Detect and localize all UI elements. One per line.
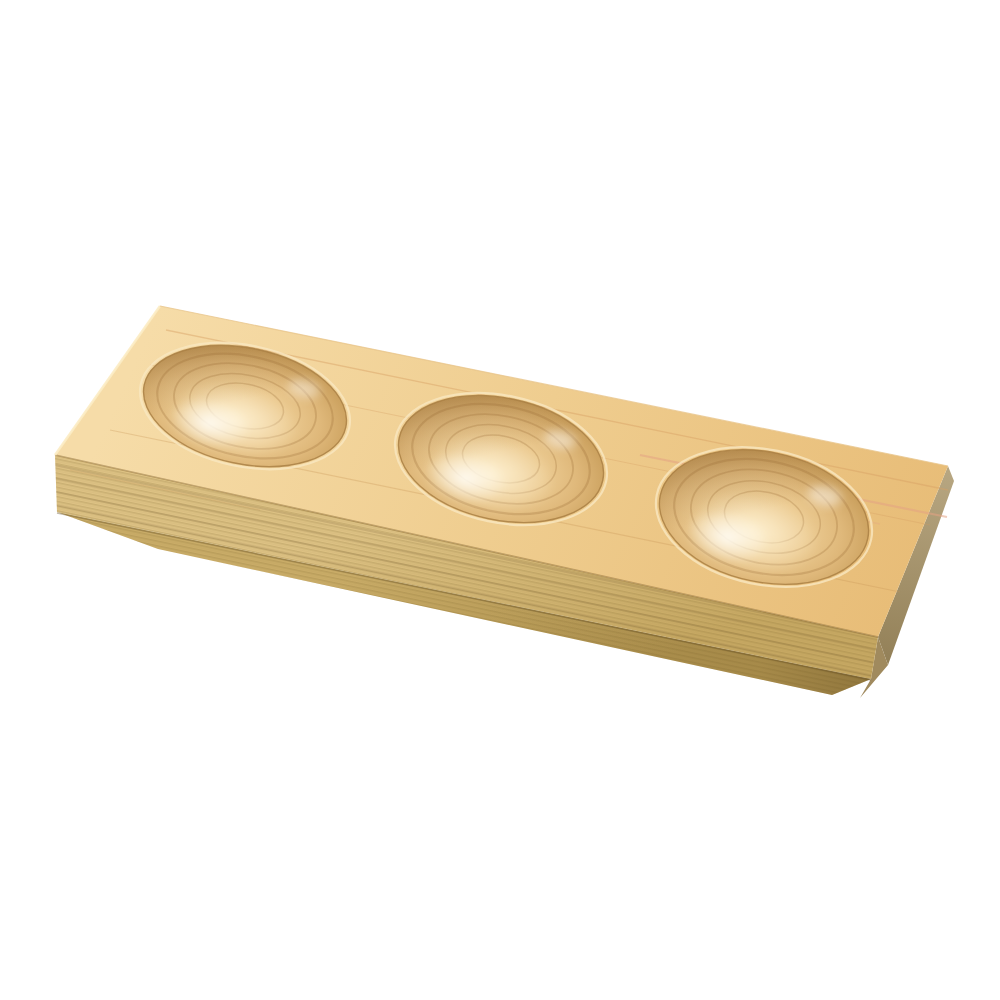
photo-background	[0, 0, 1000, 1000]
wooden-tray-render	[0, 0, 1000, 1000]
tray	[55, 306, 954, 698]
